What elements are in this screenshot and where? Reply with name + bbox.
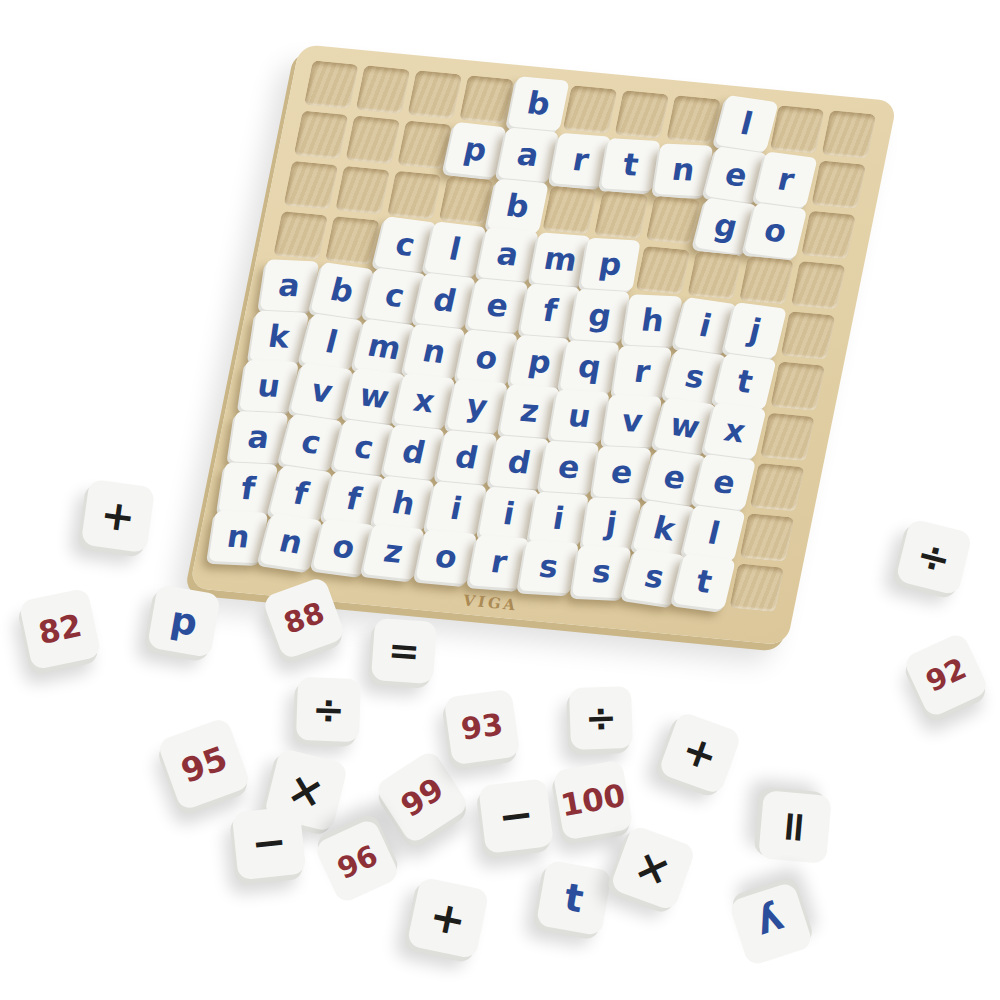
board-cell xyxy=(335,166,390,215)
board-cell: r xyxy=(615,347,670,396)
board-cell xyxy=(770,362,825,411)
loose-tile-glyph: y xyxy=(753,902,789,947)
letter-tile-d[interactable]: d xyxy=(383,424,446,480)
board-cell: s xyxy=(667,352,722,401)
loose-tile-glyph: − xyxy=(249,820,288,865)
loose-tile-divide-2[interactable]: ÷ xyxy=(295,676,360,741)
board-cell: o xyxy=(419,533,474,582)
board-cell xyxy=(563,85,618,134)
loose-tile-letter-t[interactable]: t xyxy=(536,860,612,936)
letter-tile-p[interactable]: p xyxy=(444,122,507,178)
board-cell xyxy=(304,60,359,109)
loose-tile-glyph: + xyxy=(677,728,723,778)
loose-tile-glyph: 100 xyxy=(558,779,627,821)
board-cell: c xyxy=(336,423,391,472)
letter-tile-u[interactable]: u xyxy=(239,359,299,412)
letter-tile-a[interactable]: a xyxy=(229,411,289,464)
board-cell: r xyxy=(552,136,607,185)
board-cell xyxy=(801,211,856,260)
board-cell: x xyxy=(708,407,763,456)
letter-board-grid: blpartnerbgoclampabcdefghijklmnopqrstuvw… xyxy=(212,60,877,612)
letter-tile-a[interactable]: a xyxy=(259,260,319,313)
loose-tile-glyph: t xyxy=(562,878,586,919)
board-cell: r xyxy=(759,156,814,205)
letter-tile-g[interactable]: g xyxy=(570,289,631,343)
letter-tile-z[interactable]: z xyxy=(362,524,425,580)
loose-tile-letter-p[interactable]: p xyxy=(147,584,221,658)
board-cell xyxy=(407,70,462,119)
board-cell: m xyxy=(532,236,587,285)
board-cell: o xyxy=(749,206,804,255)
loose-tile-glyph: ÷ xyxy=(913,534,955,581)
letter-tile-k[interactable]: k xyxy=(249,311,309,364)
letter-tile-o[interactable]: o xyxy=(456,330,518,385)
board-cell: m xyxy=(356,322,411,371)
board-cell: a xyxy=(232,413,287,462)
loose-tile-equals-2[interactable]: = xyxy=(758,790,832,864)
loose-tile-number-82[interactable]: 82 xyxy=(18,587,101,670)
board-cell: a xyxy=(480,231,535,280)
letter-tile-f[interactable]: f xyxy=(218,462,278,515)
board-cell: f xyxy=(325,473,380,522)
board-cell: w xyxy=(346,372,401,421)
letter-tile-l[interactable]: l xyxy=(424,222,487,278)
letter-tile-e[interactable]: e xyxy=(693,453,756,510)
letter-tile-h[interactable]: h xyxy=(372,475,435,531)
board-cell: o xyxy=(315,523,370,572)
board-cell xyxy=(459,75,514,124)
board-cell xyxy=(821,110,876,159)
letter-tile-q[interactable]: q xyxy=(559,340,620,394)
letter-tile-i[interactable]: i xyxy=(528,491,589,545)
board-cell: y xyxy=(449,382,504,431)
letter-tile-d[interactable]: d xyxy=(413,273,476,329)
loose-tile-glyph: ÷ xyxy=(311,689,345,729)
loose-tile-glyph: 93 xyxy=(459,709,505,745)
board-cell: z xyxy=(501,387,556,436)
letter-tile-j[interactable]: j xyxy=(723,302,786,359)
board-cell: l xyxy=(304,317,359,366)
board-cell: t xyxy=(719,357,774,406)
loose-tile-divide-3[interactable]: ÷ xyxy=(569,686,633,750)
board-cell xyxy=(687,251,742,300)
board-cell: s xyxy=(522,543,577,592)
board-cell: c xyxy=(377,221,432,270)
board-cell: k xyxy=(253,312,308,361)
letter-tile-r[interactable]: r xyxy=(754,151,817,208)
loose-tile-plus-3[interactable]: + xyxy=(406,876,489,959)
loose-tile-number-96[interactable]: 96 xyxy=(313,817,401,905)
board-cell: q xyxy=(563,342,618,391)
board-cell: j xyxy=(729,307,784,356)
board-cell xyxy=(439,176,494,225)
letter-tile-n[interactable]: n xyxy=(653,144,713,197)
letter-tile-t[interactable]: t xyxy=(672,553,735,610)
letter-tile-j[interactable]: j xyxy=(582,497,642,550)
board-cell: x xyxy=(398,377,453,426)
letter-tile-o[interactable]: o xyxy=(744,203,807,260)
board-cell xyxy=(811,160,866,209)
loose-tile-glyph: = xyxy=(773,808,818,847)
loose-tile-glyph: 88 xyxy=(280,597,328,638)
letter-tile-o[interactable]: o xyxy=(415,529,477,584)
letter-tile-n[interactable]: n xyxy=(403,324,466,380)
loose-tile-glyph: 92 xyxy=(922,653,971,696)
board-cell: n xyxy=(656,146,711,195)
letter-tile-h[interactable]: h xyxy=(623,295,683,348)
letter-tile-i[interactable]: i xyxy=(425,481,487,536)
loose-tile-letter-y[interactable]: y xyxy=(728,881,814,967)
board-cell: j xyxy=(584,498,639,547)
board-cell: d xyxy=(491,438,546,487)
loose-tile-glyph: 96 xyxy=(333,839,382,882)
board-cell: p xyxy=(449,126,504,175)
board-cell: p xyxy=(511,337,566,386)
letter-tile-s[interactable]: s xyxy=(519,540,580,594)
board-cell: t xyxy=(678,558,733,607)
board-cell: i xyxy=(677,302,732,351)
board-cell xyxy=(781,312,836,361)
loose-tile-glyph: 99 xyxy=(395,772,448,821)
loose-tile-number-99[interactable]: 99 xyxy=(374,749,471,846)
board-cell: n xyxy=(408,327,463,376)
loose-tile-glyph: × xyxy=(629,842,676,894)
board-cell: p xyxy=(584,241,639,290)
board-cell xyxy=(666,95,721,144)
board-cell: a xyxy=(501,131,556,180)
board-cell: d xyxy=(439,433,494,482)
board-cell: u xyxy=(553,392,608,441)
board-cell xyxy=(283,161,338,210)
letter-tile-r[interactable]: r xyxy=(612,346,672,399)
board-cell xyxy=(770,105,825,154)
board-cell: e xyxy=(646,453,701,502)
board-cell xyxy=(542,186,597,235)
letter-board: blpartnerbgoclampabcdefghijklmnopqrstuvw… xyxy=(189,44,897,645)
board-cell: v xyxy=(294,367,349,416)
board-cell: k xyxy=(636,503,691,552)
loose-tile-glyph: p xyxy=(168,600,201,641)
letter-tile-e[interactable]: e xyxy=(466,278,528,333)
board-cell: d xyxy=(418,277,473,326)
board-cell: n xyxy=(263,518,318,567)
letter-tile-x[interactable]: x xyxy=(393,373,456,429)
letter-tile-y[interactable]: y xyxy=(446,378,508,433)
board-cell: l xyxy=(428,226,483,275)
loose-tile-number-93[interactable]: 93 xyxy=(444,689,521,766)
letter-tile-x[interactable]: x xyxy=(703,402,766,459)
board-cell: t xyxy=(604,141,659,190)
board-cell: i xyxy=(429,483,484,532)
product-photo-canvas: blpartnerbgoclampabcdefghijklmnopqrstuvw… xyxy=(0,0,1000,1000)
loose-tile-glyph: + xyxy=(98,493,138,538)
brand-logo: VIGA xyxy=(462,591,520,614)
board-cell: b xyxy=(511,80,566,129)
board-cell: v xyxy=(605,397,660,446)
loose-tile-number-95[interactable]: 95 xyxy=(157,717,252,812)
board-cell: s xyxy=(626,553,681,602)
letter-tile-p[interactable]: p xyxy=(580,238,641,292)
board-cell: l xyxy=(688,508,743,557)
loose-tile-number-92[interactable]: 92 xyxy=(902,631,990,719)
board-cell xyxy=(760,412,815,461)
board-cell: e xyxy=(470,282,525,331)
letter-tile-t[interactable]: t xyxy=(600,138,661,192)
board-cell xyxy=(646,196,701,245)
board-cell: s xyxy=(574,548,629,597)
board-cell: h xyxy=(377,478,432,527)
board-cell xyxy=(397,121,452,170)
loose-tile-plus-1[interactable]: + xyxy=(81,479,156,554)
board-cell: z xyxy=(367,528,422,577)
loose-tile-glyph: − xyxy=(496,793,536,839)
letter-tile-v[interactable]: v xyxy=(602,394,662,447)
loose-tile-glyph: 82 xyxy=(36,609,85,648)
board-cell xyxy=(294,111,349,160)
letter-tile-d[interactable]: d xyxy=(436,429,498,484)
loose-tile-multiply-2[interactable]: × xyxy=(609,824,696,911)
board-cell: f xyxy=(522,287,577,336)
board-cell: o xyxy=(460,332,515,381)
board-cell xyxy=(356,65,411,114)
board-cell: e xyxy=(543,443,598,492)
board-cell: d xyxy=(387,428,442,477)
letter-tile-b[interactable]: b xyxy=(508,76,570,131)
letter-tile-e[interactable]: e xyxy=(539,440,600,494)
board-cell: e xyxy=(698,458,753,507)
board-cell: n xyxy=(212,513,267,562)
board-cell: l xyxy=(718,100,773,149)
letter-tile-n[interactable]: n xyxy=(208,510,268,563)
letter-tile-b[interactable]: b xyxy=(487,179,549,234)
loose-tile-glyph: 95 xyxy=(177,741,231,788)
letter-tile-a[interactable]: a xyxy=(477,227,539,282)
letter-tile-a[interactable]: a xyxy=(497,127,559,182)
board-cell: b xyxy=(315,267,370,316)
board-cell: w xyxy=(657,402,712,451)
board-cell: i xyxy=(481,488,536,537)
board-cell xyxy=(791,261,846,310)
board-cell: e xyxy=(594,448,649,497)
letter-tile-u[interactable]: u xyxy=(549,389,610,443)
board-cell: e xyxy=(708,151,763,200)
board-cell xyxy=(387,171,442,220)
letter-tile-l[interactable]: l xyxy=(682,505,745,562)
board-cell: b xyxy=(490,181,545,230)
board-cell: i xyxy=(532,493,587,542)
board-cell xyxy=(739,256,794,305)
board-cell xyxy=(345,116,400,165)
board-cell: u xyxy=(242,362,297,411)
board-cell xyxy=(594,191,649,240)
board-cell: a xyxy=(263,262,318,311)
board-cell xyxy=(750,463,805,512)
loose-tile-divide-1[interactable]: ÷ xyxy=(895,518,973,596)
letter-tile-l[interactable]: l xyxy=(715,95,779,153)
board-cell: h xyxy=(625,297,680,346)
board-cell: g xyxy=(573,292,628,341)
loose-tile-glyph: ÷ xyxy=(584,698,617,737)
letter-tile-s[interactable]: s xyxy=(572,545,632,598)
board-cell xyxy=(729,563,784,612)
board-cell xyxy=(635,246,690,295)
loose-tile-number-100[interactable]: 100 xyxy=(552,759,633,840)
board-cell: g xyxy=(697,201,752,250)
loose-tile-glyph: + xyxy=(426,893,470,943)
board-cell: r xyxy=(470,538,525,587)
board-cell: c xyxy=(284,418,339,467)
loose-tile-glyph: = xyxy=(387,631,421,671)
board-cell xyxy=(273,211,328,260)
board-cell: f xyxy=(222,463,277,512)
board-cell xyxy=(614,90,669,139)
loose-tile-minus-2[interactable]: − xyxy=(478,778,554,854)
loose-tile-equals-1[interactable]: = xyxy=(371,618,437,684)
board-cell: c xyxy=(366,272,421,321)
letter-tile-e[interactable]: e xyxy=(592,446,652,499)
board-cell xyxy=(325,216,380,265)
loose-tile-minus-1[interactable]: − xyxy=(232,806,307,881)
board-cell xyxy=(740,513,795,562)
loose-tile-plus-2[interactable]: + xyxy=(658,711,743,796)
board-cell: f xyxy=(274,468,329,517)
letter-tile-t[interactable]: t xyxy=(713,354,776,411)
